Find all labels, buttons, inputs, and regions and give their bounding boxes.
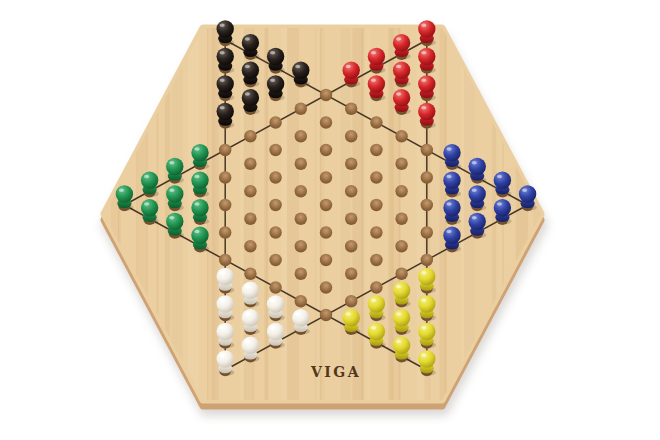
- peg-head: [368, 295, 385, 312]
- peg-head: [217, 75, 234, 92]
- hole-c5-7[interactable]: [244, 240, 256, 252]
- hole-c5-8[interactable]: [244, 268, 256, 280]
- product-photo: VIGA: [0, 0, 660, 440]
- hole-c7-4[interactable]: [295, 185, 307, 197]
- hole-c6-4[interactable]: [269, 171, 281, 183]
- peg-highlight: [396, 92, 401, 96]
- peg-highlight: [169, 161, 174, 165]
- peg-highlight: [270, 298, 275, 302]
- peg-highlight: [421, 353, 426, 357]
- peg-highlight: [220, 106, 225, 110]
- peg-head: [116, 185, 133, 202]
- peg-highlight: [522, 188, 527, 192]
- hole-c7-7[interactable]: [295, 268, 307, 280]
- peg-highlight: [371, 51, 376, 55]
- peg-highlight: [472, 161, 477, 165]
- peg-highlight: [396, 340, 401, 344]
- peg-head: [393, 62, 410, 79]
- peg-highlight: [194, 230, 199, 234]
- peg-highlight: [220, 23, 225, 27]
- hole-c10-5[interactable]: [370, 199, 382, 211]
- grain-streak: [316, 20, 320, 412]
- hole-c4-4[interactable]: [219, 144, 231, 156]
- peg-highlight: [245, 37, 250, 41]
- peg-head: [217, 20, 234, 37]
- peg-head: [242, 282, 259, 299]
- peg-highlight: [421, 106, 426, 110]
- hole-c9-5[interactable]: [345, 213, 357, 225]
- hole-c8-0[interactable]: [320, 89, 332, 101]
- peg-highlight: [396, 312, 401, 316]
- grain-line: [266, 20, 267, 412]
- peg-head: [217, 323, 234, 340]
- hole-c11-3[interactable]: [395, 130, 407, 142]
- peg-highlight: [270, 78, 275, 82]
- hole-c6-7[interactable]: [269, 254, 281, 266]
- peg-head: [191, 227, 208, 244]
- brand-logo: VIGA: [310, 364, 361, 380]
- peg-highlight: [194, 175, 199, 179]
- peg-head: [393, 34, 410, 51]
- peg-head: [469, 213, 486, 230]
- hole-c9-3[interactable]: [345, 158, 357, 170]
- peg-head: [393, 337, 410, 354]
- peg-head: [267, 48, 284, 65]
- peg-head: [242, 34, 259, 51]
- peg-highlight: [194, 147, 199, 151]
- peg-highlight: [497, 175, 502, 179]
- peg-highlight: [245, 65, 250, 69]
- peg-highlight: [144, 175, 149, 179]
- chinese-checkers-board: VIGA: [0, 0, 660, 440]
- peg-highlight: [194, 202, 199, 206]
- peg-highlight: [169, 188, 174, 192]
- peg-highlight: [245, 92, 250, 96]
- peg-highlight: [421, 51, 426, 55]
- peg-highlight: [270, 326, 275, 330]
- peg-highlight: [220, 78, 225, 82]
- peg-head: [292, 62, 309, 79]
- grain-line: [157, 20, 158, 412]
- peg-highlight: [295, 65, 300, 69]
- peg-highlight: [371, 298, 376, 302]
- hole-c10-4[interactable]: [370, 171, 382, 183]
- peg-highlight: [421, 271, 426, 275]
- hole-c8-6[interactable]: [320, 254, 332, 266]
- peg-highlight: [497, 202, 502, 206]
- peg-head: [217, 295, 234, 312]
- peg-head: [267, 295, 284, 312]
- hole-c11-4[interactable]: [395, 158, 407, 170]
- peg-head: [166, 185, 183, 202]
- peg-highlight: [144, 202, 149, 206]
- peg-head: [418, 350, 435, 367]
- hole-c6-5[interactable]: [269, 199, 281, 211]
- peg-head: [242, 62, 259, 79]
- peg-head: [368, 323, 385, 340]
- peg-highlight: [295, 312, 300, 316]
- hole-c6-2[interactable]: [269, 116, 281, 128]
- hole-c9-7[interactable]: [345, 268, 357, 280]
- peg-head: [217, 48, 234, 65]
- peg-head: [191, 199, 208, 216]
- peg-highlight: [421, 326, 426, 330]
- hole-c4-7[interactable]: [219, 226, 231, 238]
- peg-head: [191, 144, 208, 161]
- hole-c7-5[interactable]: [295, 213, 307, 225]
- hole-c8-8[interactable]: [320, 309, 332, 321]
- hole-c10-3[interactable]: [370, 144, 382, 156]
- grain-streak: [516, 20, 528, 412]
- peg-head: [141, 172, 158, 189]
- hole-c9-6[interactable]: [345, 240, 357, 252]
- peg-highlight: [220, 353, 225, 357]
- peg-highlight: [346, 312, 351, 316]
- peg-head: [242, 89, 259, 106]
- hole-c8-4[interactable]: [320, 199, 332, 211]
- hole-c10-7[interactable]: [370, 254, 382, 266]
- peg-head: [166, 213, 183, 230]
- peg-head: [343, 309, 360, 326]
- peg-highlight: [371, 326, 376, 330]
- hole-c12-5[interactable]: [421, 171, 433, 183]
- hole-c4-6[interactable]: [219, 199, 231, 211]
- peg-head: [368, 48, 385, 65]
- peg-head: [469, 158, 486, 175]
- hole-c8-5[interactable]: [320, 226, 332, 238]
- peg-head: [418, 75, 435, 92]
- hole-c5-4[interactable]: [244, 158, 256, 170]
- peg-highlight: [446, 147, 451, 151]
- grain-streak: [212, 20, 219, 412]
- peg-head: [443, 172, 460, 189]
- peg-highlight: [220, 298, 225, 302]
- hole-c7-6[interactable]: [295, 240, 307, 252]
- peg-head: [166, 158, 183, 175]
- peg-head: [418, 48, 435, 65]
- peg-head: [418, 268, 435, 285]
- peg-head: [393, 89, 410, 106]
- peg-head: [343, 62, 360, 79]
- hole-c8-1[interactable]: [320, 116, 332, 128]
- hole-c7-3[interactable]: [295, 158, 307, 170]
- peg-head: [393, 282, 410, 299]
- peg-highlight: [472, 216, 477, 220]
- hole-c11-8[interactable]: [395, 268, 407, 280]
- peg-highlight: [245, 285, 250, 289]
- peg-head: [418, 295, 435, 312]
- peg-highlight: [371, 78, 376, 82]
- peg-head: [267, 75, 284, 92]
- peg-head: [494, 199, 511, 216]
- hole-c7-8[interactable]: [295, 295, 307, 307]
- hole-c9-1[interactable]: [345, 103, 357, 115]
- hole-c6-6[interactable]: [269, 226, 281, 238]
- peg-highlight: [169, 216, 174, 220]
- peg-head: [418, 103, 435, 120]
- hole-c8-3[interactable]: [320, 171, 332, 183]
- hole-c12-6[interactable]: [421, 199, 433, 211]
- peg-highlight: [220, 326, 225, 330]
- peg-highlight: [220, 51, 225, 55]
- peg-head: [217, 350, 234, 367]
- hole-c5-3[interactable]: [244, 130, 256, 142]
- hole-c11-5[interactable]: [395, 185, 407, 197]
- hole-c9-2[interactable]: [345, 130, 357, 142]
- hole-c11-6[interactable]: [395, 213, 407, 225]
- peg-head: [217, 268, 234, 285]
- peg-head: [393, 309, 410, 326]
- hole-c4-8[interactable]: [219, 254, 231, 266]
- hole-c12-7[interactable]: [421, 226, 433, 238]
- peg-highlight: [119, 188, 124, 192]
- peg-highlight: [245, 340, 250, 344]
- peg-head: [242, 337, 259, 354]
- hole-c8-7[interactable]: [320, 281, 332, 293]
- grain-line: [320, 20, 321, 412]
- hole-c6-3[interactable]: [269, 144, 281, 156]
- peg-highlight: [446, 202, 451, 206]
- hole-c9-4[interactable]: [345, 185, 357, 197]
- peg-head: [443, 227, 460, 244]
- peg-head: [242, 309, 259, 326]
- hole-c10-6[interactable]: [370, 226, 382, 238]
- hole-c8-2[interactable]: [320, 144, 332, 156]
- grain-line: [118, 20, 119, 412]
- peg-highlight: [421, 23, 426, 27]
- hole-c6-8[interactable]: [269, 281, 281, 293]
- hole-c11-7[interactable]: [395, 240, 407, 252]
- peg-head: [443, 199, 460, 216]
- hole-c5-5[interactable]: [244, 185, 256, 197]
- peg-head: [443, 144, 460, 161]
- peg-head: [418, 20, 435, 37]
- peg-highlight: [220, 271, 225, 275]
- peg-highlight: [396, 285, 401, 289]
- peg-head: [267, 323, 284, 340]
- peg-highlight: [396, 65, 401, 69]
- hole-c10-2[interactable]: [370, 116, 382, 128]
- peg-highlight: [446, 175, 451, 179]
- hole-c10-8[interactable]: [370, 281, 382, 293]
- peg-head: [469, 185, 486, 202]
- peg-head: [519, 185, 536, 202]
- peg-highlight: [421, 78, 426, 82]
- grain-line: [362, 20, 363, 412]
- peg-head: [141, 199, 158, 216]
- peg-head: [418, 323, 435, 340]
- hole-c9-8[interactable]: [345, 295, 357, 307]
- hole-c12-4[interactable]: [421, 144, 433, 156]
- hole-c7-1[interactable]: [295, 103, 307, 115]
- hole-c5-6[interactable]: [244, 213, 256, 225]
- peg-highlight: [472, 188, 477, 192]
- peg-head: [191, 172, 208, 189]
- peg-highlight: [446, 230, 451, 234]
- hole-c4-5[interactable]: [219, 171, 231, 183]
- hole-c7-2[interactable]: [295, 130, 307, 142]
- peg-head: [368, 75, 385, 92]
- peg-highlight: [245, 312, 250, 316]
- peg-highlight: [396, 37, 401, 41]
- grain-line: [207, 20, 208, 412]
- peg-head: [292, 309, 309, 326]
- peg-head: [494, 172, 511, 189]
- peg-highlight: [346, 65, 351, 69]
- peg-highlight: [270, 51, 275, 55]
- peg-head: [217, 103, 234, 120]
- peg-highlight: [421, 298, 426, 302]
- hole-c12-8[interactable]: [421, 254, 433, 266]
